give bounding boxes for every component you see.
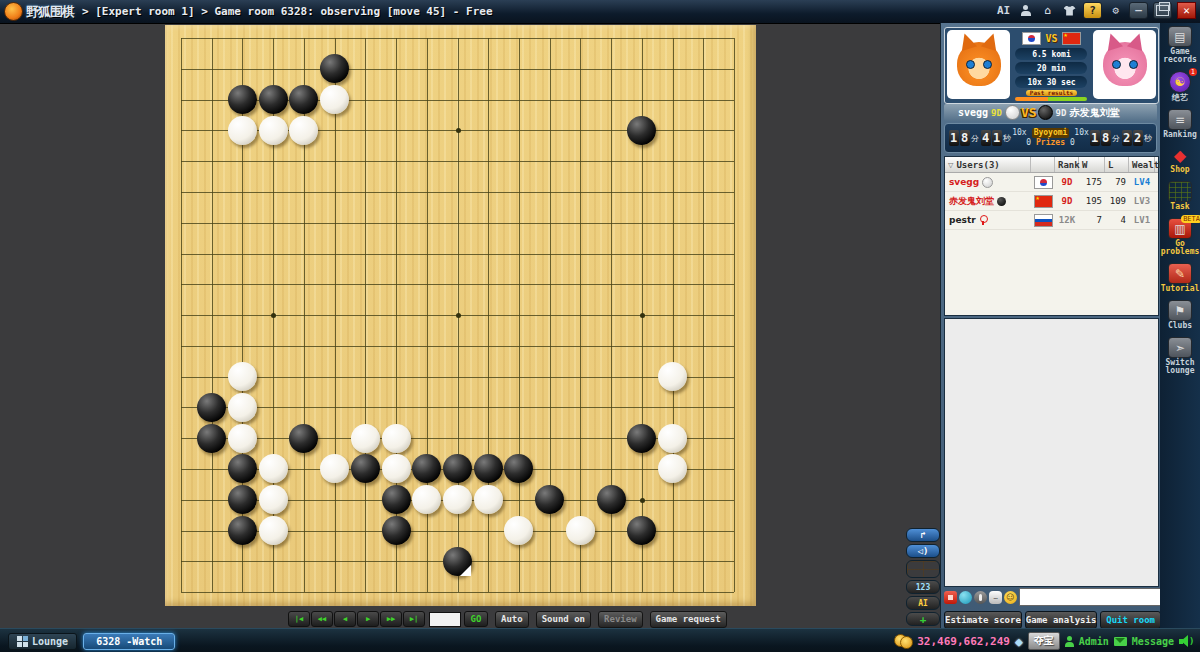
white-player-name[interactable]: svegg xyxy=(958,107,988,118)
playback-button-3[interactable]: ▶ xyxy=(357,611,379,627)
white-stone-11-16 xyxy=(504,516,533,545)
breadcrumb: > [Expert room 1] > Game room 6328: obse… xyxy=(82,5,493,18)
settings-gear-icon[interactable]: ⚙ xyxy=(1107,3,1124,18)
sidebar-item-book-red[interactable]: ▥BETAGo problems xyxy=(1160,215,1200,256)
dressup-icon[interactable] xyxy=(1061,3,1078,18)
match-info: VS 6.5 komi 20 min 10x 30 sec Past resul… xyxy=(1012,28,1090,103)
vs-label-small: VS xyxy=(1045,33,1057,44)
sidebar-item-gem[interactable]: ◆Shop xyxy=(1160,143,1200,174)
black-stone-2-14 xyxy=(228,454,257,483)
fox-logo-icon xyxy=(4,2,23,21)
black-stone-icon xyxy=(1038,105,1053,120)
star-point xyxy=(271,313,276,318)
auto-button[interactable]: Auto xyxy=(495,611,529,628)
estimate-score-button[interactable]: Estimate score xyxy=(944,611,1022,629)
vs-label: VS xyxy=(1021,105,1037,120)
white-stone-2-12 xyxy=(228,393,257,422)
main-time-value: 20 min xyxy=(1015,62,1087,74)
chat-input-row: … ☺ Send↵ xyxy=(944,588,1157,606)
grid-line-h xyxy=(181,407,734,408)
minimize-button[interactable]: — xyxy=(1129,2,1148,19)
white-stone-6-13 xyxy=(351,424,380,453)
sidebar-item-flag[interactable]: ⚑Clubs xyxy=(1160,297,1200,330)
grid-line-h xyxy=(181,161,734,162)
zoom-plus-button[interactable]: + xyxy=(906,612,940,626)
sidebar-item-list[interactable]: ≡Ranking xyxy=(1160,106,1200,139)
playback-button-4[interactable]: ▶▶ xyxy=(380,611,402,627)
list-icon: ≡ xyxy=(1168,109,1192,130)
black-stone-15-3 xyxy=(627,116,656,145)
black-stone-2-15 xyxy=(228,485,257,514)
black-stone-5-1 xyxy=(320,54,349,83)
white-stone-16-13 xyxy=(658,424,687,453)
white-stone-3-15 xyxy=(259,485,288,514)
microphone-icon[interactable] xyxy=(974,591,987,604)
black-stone-10-14 xyxy=(474,454,503,483)
sidebar-item-label: Task xyxy=(1170,203,1189,211)
sidebar-item-hand[interactable]: ✎Tutorial xyxy=(1160,260,1200,293)
black-stone-3-2 xyxy=(259,85,288,114)
star-point xyxy=(640,313,645,318)
black-player-rank: 9D xyxy=(1056,108,1067,118)
byoyomi-rule-value: 10x 30 sec xyxy=(1015,76,1087,88)
hand-icon: ✎ xyxy=(1168,263,1192,284)
sidebar-item-book[interactable]: ▤Game records xyxy=(1160,23,1200,64)
white-stone-5-14 xyxy=(320,454,349,483)
taskbar-right: 32,469,662,249 ◆ 夺宝 Admin Message ) xyxy=(894,629,1194,652)
user-list-table: ▽Users(3) Rank W L Wealth svegg9D17579LV… xyxy=(944,156,1159,316)
control-bar: |◀◀◀◀▶▶▶▶| GO Auto Sound on Review Game … xyxy=(288,611,727,627)
ai-icon[interactable]: AI xyxy=(995,3,1012,18)
black-stone-9-17 xyxy=(443,547,472,576)
black-player-clock: 18 分 22 秒 xyxy=(1089,130,1153,146)
white-stone-13-16 xyxy=(566,516,595,545)
app-window: 野狐围棋 > [Expert room 1] > Game room 6328:… xyxy=(0,0,1200,652)
sidebar-item-label: Go problems xyxy=(1160,240,1200,256)
black-stone-7-16 xyxy=(382,516,411,545)
user-row[interactable]: 赤发鬼刘堂9D195109LV3 xyxy=(945,192,1158,211)
treasure-button[interactable]: 夺宝 xyxy=(1028,632,1060,650)
black-stone-15-13 xyxy=(627,424,656,453)
white-stone-2-3 xyxy=(228,116,257,145)
go-board[interactable] xyxy=(165,25,756,606)
playback-button-2[interactable]: ◀ xyxy=(334,611,356,627)
sound-icon[interactable]: ) xyxy=(1179,635,1194,648)
taskbar: Lounge 6328 -Watch 32,469,662,249 ◆ 夺宝 A… xyxy=(0,628,1200,652)
user-list-header: ▽Users(3) Rank W L Wealth xyxy=(945,157,1158,173)
white-stone-7-13 xyxy=(382,424,411,453)
chat-panel[interactable] xyxy=(944,318,1159,587)
timer-bar: 18 分 41 秒 10xByoyomi10x 0Prizes0 18 分 22… xyxy=(944,123,1157,153)
white-stone-16-11 xyxy=(658,362,687,391)
quit-room-button[interactable]: Quit room xyxy=(1100,611,1161,629)
white-player-rank: 9D xyxy=(991,108,1002,118)
user-row[interactable]: pestr12K74LV1 xyxy=(945,211,1158,230)
white-stone-7-14 xyxy=(382,454,411,483)
star-point xyxy=(640,498,645,503)
sidebar-item-taiji[interactable]: ☯1绝艺 xyxy=(1160,68,1200,102)
gem-icon: ◆ xyxy=(1169,146,1191,165)
coins-icon xyxy=(894,634,912,648)
grid-line-h xyxy=(181,254,734,255)
sidebar: ▤Game records☯1绝艺≡Ranking◆ShopTask▥BETAG… xyxy=(1160,23,1200,628)
white-stone-16-14 xyxy=(658,454,687,483)
right-panel: VS 6.5 komi 20 min 10x 30 sec Past resul… xyxy=(940,23,1161,628)
white-stone-3-14 xyxy=(259,454,288,483)
lounge-tab[interactable]: Lounge xyxy=(8,633,77,650)
white-stone-icon xyxy=(1005,105,1020,120)
grid-line-h xyxy=(181,346,734,347)
message-link[interactable]: Message xyxy=(1132,636,1174,647)
diamond-icon: ◆ xyxy=(1015,634,1023,649)
help-icon[interactable]: ? xyxy=(1083,2,1102,19)
sidebar-item-label: 绝艺 xyxy=(1172,94,1188,102)
black-player-avatar xyxy=(1093,30,1156,99)
chat-bubble-icon[interactable]: … xyxy=(989,591,1002,604)
maximize-button[interactable] xyxy=(1153,2,1172,19)
white-stone-3-16 xyxy=(259,516,288,545)
badge: BETA xyxy=(1181,215,1200,223)
white-stone-2-11 xyxy=(228,362,257,391)
sidebar-item-label: Shop xyxy=(1170,166,1189,174)
message-envelope-icon xyxy=(1114,637,1127,646)
coordinates-button[interactable]: 123 xyxy=(906,580,940,594)
white-stone-2-13 xyxy=(228,424,257,453)
emoji-icon[interactable]: ☺ xyxy=(1004,591,1017,604)
sidebar-item-grid[interactable]: Task xyxy=(1160,178,1200,211)
home-icon[interactable]: ⌂ xyxy=(1039,3,1056,18)
grid-line-h xyxy=(181,377,734,378)
sidebar-item-label: Switch lounge xyxy=(1160,359,1200,375)
black-stone-11-14 xyxy=(504,454,533,483)
lounge-grid-icon xyxy=(17,636,28,647)
go-button[interactable]: GO xyxy=(464,611,488,627)
black-stone-4-2 xyxy=(289,85,318,114)
rocket-icon: ➣ xyxy=(1168,337,1192,358)
playback-button-5[interactable]: ▶| xyxy=(403,611,425,627)
komi-value: 6.5 komi xyxy=(1015,48,1087,60)
game-analysis-button[interactable]: Game analysis xyxy=(1025,611,1097,629)
app-logo-text: 野狐围棋 xyxy=(26,3,74,21)
white-player-avatar xyxy=(947,30,1010,99)
sidebar-item-label: Tutorial xyxy=(1161,285,1200,293)
room-tab-active[interactable]: 6328 -Watch xyxy=(83,633,175,650)
sound-toggle-button[interactable]: Sound on xyxy=(536,611,591,628)
black-stone-12-15 xyxy=(535,485,564,514)
grid-icon xyxy=(1168,181,1192,202)
user-icon[interactable] xyxy=(1017,3,1034,18)
black-stone-4-13 xyxy=(289,424,318,453)
grid-line-h xyxy=(181,69,734,70)
game-request-button[interactable]: Game request xyxy=(650,611,727,628)
black-stone-7-15 xyxy=(382,485,411,514)
white-stone-9-15 xyxy=(443,485,472,514)
book-icon: ▤ xyxy=(1168,26,1192,47)
board-side-buttons: ↱ ◁) 123 AI + xyxy=(906,528,940,626)
grid-line-h xyxy=(181,284,734,285)
move-number-input[interactable] xyxy=(429,612,461,627)
ai-analysis-button[interactable]: AI xyxy=(906,596,940,610)
sidebar-item-rocket[interactable]: ➣Switch lounge xyxy=(1160,334,1200,375)
title-bar: 野狐围棋 > [Expert room 1] > Game room 6328:… xyxy=(0,0,1200,24)
black-stone-1-13 xyxy=(197,424,226,453)
player-info-panel: VS 6.5 komi 20 min 10x 30 sec Past resul… xyxy=(944,27,1159,104)
close-button[interactable]: ✕ xyxy=(1177,2,1196,19)
flag-icon: ⚑ xyxy=(1168,300,1192,321)
grid-line-h xyxy=(181,192,734,193)
admin-link[interactable]: Admin xyxy=(1079,636,1109,647)
star-point xyxy=(456,128,461,133)
speaker-icon[interactable]: ◁) xyxy=(906,544,940,558)
black-player-name[interactable]: 赤发鬼刘堂 xyxy=(1069,106,1119,120)
globe-icon[interactable] xyxy=(959,591,972,604)
grid-line-h xyxy=(181,592,734,593)
white-stone-5-2 xyxy=(320,85,349,114)
black-stone-8-14 xyxy=(412,454,441,483)
coin-balance: 32,469,662,249 xyxy=(917,635,1010,648)
past-results-label: Past results xyxy=(1026,90,1077,96)
white-stone-3-3 xyxy=(259,116,288,145)
star-point xyxy=(456,313,461,318)
korea-flag-icon xyxy=(1022,32,1041,45)
popout-icon[interactable]: ↱ xyxy=(906,528,940,542)
black-stone-15-16 xyxy=(627,516,656,545)
last-move-marker xyxy=(460,565,471,576)
sidebar-item-label: Game records xyxy=(1160,48,1200,64)
players-name-bar: svegg 9D VS 9D 赤发鬼刘堂 xyxy=(944,104,1157,121)
admin-icon xyxy=(1065,636,1074,647)
sidebar-item-label: Clubs xyxy=(1168,322,1192,330)
past-results-bar xyxy=(1015,97,1087,101)
white-stone-10-15 xyxy=(474,485,503,514)
black-stone-14-15 xyxy=(597,485,626,514)
sidebar-item-label: Ranking xyxy=(1163,131,1197,139)
filter-icon[interactable]: ▽ xyxy=(948,160,953,170)
grid-line-v xyxy=(734,38,735,592)
black-stone-2-16 xyxy=(228,516,257,545)
record-icon[interactable] xyxy=(944,591,957,604)
playback-button-0[interactable]: |◀ xyxy=(288,611,310,627)
user-rows: svegg9D17579LV4赤发鬼刘堂9D195109LV3pestr12K7… xyxy=(945,173,1158,230)
white-stone-4-3 xyxy=(289,116,318,145)
byoyomi-status: 10xByoyomi10x 0Prizes0 xyxy=(1012,128,1089,148)
playback-button-1[interactable]: ◀◀ xyxy=(311,611,333,627)
user-row[interactable]: svegg9D17579LV4 xyxy=(945,173,1158,192)
grid-line-h xyxy=(181,38,734,39)
white-stone-8-15 xyxy=(412,485,441,514)
grid-line-h xyxy=(181,223,734,224)
black-stone-9-14 xyxy=(443,454,472,483)
badge: 1 xyxy=(1189,68,1197,76)
black-stone-1-12 xyxy=(197,393,226,422)
window-controls: AI ⌂ ? ⚙ — ✕ xyxy=(995,2,1196,19)
white-player-clock: 18 分 41 秒 xyxy=(948,130,1012,146)
room-action-buttons: Estimate score Game analysis Quit room xyxy=(941,611,1161,629)
china-flag-icon xyxy=(1062,32,1081,45)
black-stone-2-2 xyxy=(228,85,257,114)
playback-group: |◀◀◀◀▶▶▶▶| xyxy=(288,611,425,627)
black-stone-6-14 xyxy=(351,454,380,483)
taiji-icon: ☯ xyxy=(1169,71,1191,93)
board-style-button[interactable] xyxy=(906,560,940,578)
review-button[interactable]: Review xyxy=(598,611,643,628)
